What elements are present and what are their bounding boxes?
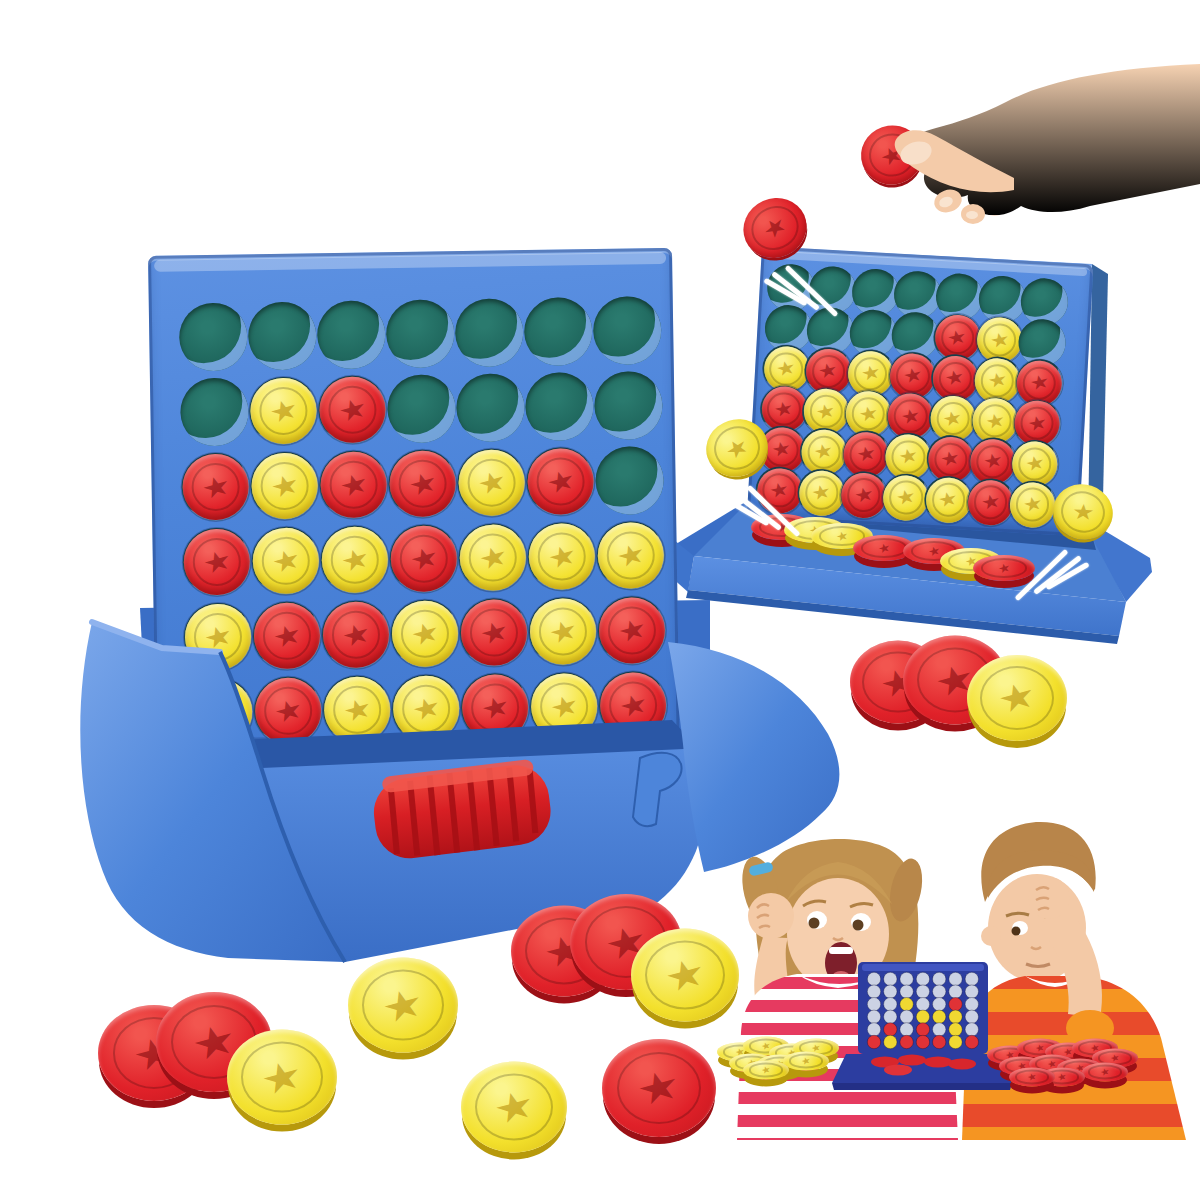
kids-empty-hole	[965, 972, 978, 985]
kids-empty-hole	[884, 972, 897, 985]
girl-collar	[797, 974, 885, 988]
roller-ribs	[388, 763, 539, 860]
star-emboss-icon: ★	[335, 393, 370, 427]
kids-yellow-disc	[916, 1010, 929, 1023]
empty-hole	[524, 297, 593, 366]
kids-empty-hole	[965, 1010, 978, 1023]
star-emboss-icon: ★	[768, 479, 791, 501]
yellow-loose-disc: ★	[631, 929, 739, 1022]
tray-latch	[633, 753, 682, 826]
star-emboss-icon: ★	[1071, 501, 1095, 523]
cell-r2c4	[387, 374, 456, 443]
cell-r1c5	[455, 298, 524, 367]
cell-r4c4: ★	[389, 524, 458, 593]
star-emboss-icon: ★	[1023, 453, 1046, 475]
star-emboss-icon: ★	[984, 410, 1007, 432]
star-emboss-icon: ★	[1026, 1071, 1038, 1083]
star-emboss-icon: ★	[834, 529, 849, 544]
star-emboss-icon: ★	[616, 688, 651, 722]
finger-nail	[938, 195, 955, 209]
cell-r1c7	[593, 296, 662, 365]
girl-tongue	[832, 971, 850, 983]
girl-reaching-arm	[904, 1009, 945, 1064]
star-emboss-icon: ★	[944, 367, 967, 389]
yellow-loose-disc: ★	[461, 1062, 567, 1153]
kids-red-disc	[867, 1035, 880, 1048]
cell-r1c6	[524, 297, 593, 366]
girl-arm	[754, 937, 792, 1006]
boy-player	[962, 822, 1186, 1140]
star-emboss-icon: ★	[474, 466, 509, 500]
empty-hole	[594, 371, 663, 440]
red-roller	[370, 757, 555, 862]
girl-pigtail-right	[885, 856, 928, 925]
star-emboss-icon: ★	[988, 329, 1011, 351]
star-emboss-icon: ★	[266, 394, 301, 428]
empty-hole	[387, 374, 456, 443]
kids-empty-hole	[933, 985, 946, 998]
kids-board-holes	[867, 972, 978, 1048]
star-emboss-icon: ★	[859, 362, 882, 384]
empty-hole	[179, 302, 248, 371]
star-emboss-icon: ★	[1056, 1071, 1068, 1083]
cell-r1c2	[248, 301, 317, 370]
boy-nose	[1031, 947, 1041, 949]
star-emboss-icon: ★	[198, 470, 233, 504]
kids-empty-hole	[949, 985, 962, 998]
star-emboss-icon: ★	[199, 545, 234, 579]
cell-r5c1: ★	[183, 602, 252, 671]
kids-yellow-disc	[949, 1023, 962, 1036]
main-connect4-board: ★★★★★★★★★★★★★★★★★★★★★★★★★★★★★	[148, 248, 680, 758]
cell-r4c3: ★	[320, 525, 389, 594]
red-loose-disc: ★	[857, 121, 927, 188]
star-emboss-icon: ★	[633, 1063, 685, 1114]
cell-r6c5: ★	[461, 673, 530, 742]
cell-r6c2: ★	[254, 676, 323, 745]
girl-brow-left	[803, 901, 826, 906]
star-emboss-icon: ★	[760, 1064, 772, 1076]
star-emboss-icon: ★	[547, 690, 582, 724]
cell-r3c4: ★	[388, 449, 457, 518]
kids-empty-hole	[916, 998, 929, 1011]
star-emboss-icon: ★	[407, 617, 442, 651]
yellow-loose-disc: ★	[348, 958, 458, 1053]
cell-r4c2: ★	[251, 526, 320, 595]
star-emboss-icon: ★	[337, 543, 372, 577]
kids-empty-hole	[900, 985, 913, 998]
star-emboss-icon: ★	[996, 561, 1011, 576]
kids-empty-hole	[884, 998, 897, 1011]
star-emboss-icon: ★	[614, 613, 649, 647]
kids-empty-hole	[884, 985, 897, 998]
kids-empty-hole	[965, 998, 978, 1011]
star-emboss-icon: ★	[268, 544, 303, 578]
kids-empty-hole	[900, 972, 913, 985]
cell-r4c6: ★	[527, 522, 596, 591]
star-emboss-icon: ★	[855, 443, 878, 465]
star-emboss-icon: ★	[994, 676, 1040, 720]
star-emboss-icon: ★	[543, 465, 578, 499]
boy-brow-left	[1006, 913, 1029, 916]
fingertip	[961, 204, 985, 224]
star-emboss-icon: ★	[986, 369, 1009, 391]
girl-eye-left	[807, 911, 827, 929]
star-emboss-icon: ★	[941, 408, 964, 430]
girl-fist	[748, 893, 794, 939]
kids-yellow-disc	[949, 1010, 962, 1023]
cell-r2c5	[456, 373, 525, 442]
star-emboss-icon: ★	[478, 691, 513, 725]
boy-eye-left	[1012, 921, 1028, 935]
cell-r6c1: ★	[185, 677, 254, 746]
star-emboss-icon: ★	[269, 619, 304, 653]
star-emboss-icon: ★	[661, 951, 710, 998]
star-emboss-icon: ★	[1028, 372, 1051, 394]
cell-r4c7: ★	[596, 521, 665, 590]
secondary-tray-front-edge	[686, 590, 1119, 644]
cell-r1c1	[179, 302, 248, 371]
girl-open-mouth	[825, 942, 857, 984]
kids-yellow-disc	[900, 998, 913, 1011]
kids-empty-hole	[867, 985, 880, 998]
boy-fist-fingers	[1036, 887, 1049, 910]
empty-hole	[595, 446, 664, 515]
kids-red-disc	[884, 1023, 897, 1036]
connect-four-product-scene: ★★★★★★★★★★★★★★★★★★★★★★★★★★★★★★ ★★★★★★★ ★…	[0, 0, 1200, 1200]
girl-iris-right	[853, 920, 864, 931]
girl-brow-right	[850, 903, 873, 907]
cell-r6c4: ★	[392, 674, 461, 743]
star-emboss-icon: ★	[812, 441, 835, 463]
cell-r6c3: ★	[323, 675, 392, 744]
star-emboss-icon: ★	[800, 1055, 812, 1067]
boy-brow-right	[1044, 914, 1066, 917]
cell-r1c4	[386, 299, 455, 368]
empty-hole	[456, 373, 525, 442]
cell-r6c7: ★	[599, 671, 668, 740]
kids-empty-hole	[884, 1010, 897, 1023]
star-emboss-icon: ★	[772, 398, 795, 420]
kids-empty-hole	[900, 1023, 913, 1036]
kids-empty-hole	[916, 972, 929, 985]
kids-mini-board	[832, 962, 1012, 1090]
star-emboss-icon: ★	[406, 542, 441, 576]
red-loose-disc: ★	[602, 1039, 716, 1137]
kids-tray-discs	[871, 1055, 976, 1076]
yellow-loose-disc: ★	[743, 1061, 789, 1080]
star-emboss-icon: ★	[810, 482, 833, 504]
cell-r3c3: ★	[319, 450, 388, 519]
cell-r3c6: ★	[526, 447, 595, 516]
yellow-loose-disc: ★	[967, 655, 1067, 741]
yellow-loose-disc: ★	[783, 1052, 829, 1071]
star-emboss-icon: ★	[200, 620, 235, 654]
star-emboss-icon: ★	[981, 450, 1004, 472]
star-emboss-icon: ★	[1026, 412, 1049, 434]
kids-empty-hole	[933, 998, 946, 1011]
girl-nose	[833, 938, 843, 940]
star-emboss-icon: ★	[405, 467, 440, 501]
empty-hole	[386, 299, 455, 368]
star-emboss-icon: ★	[475, 541, 510, 575]
empty-hole	[248, 301, 317, 370]
kids-empty-hole	[916, 985, 929, 998]
empty-hole	[455, 298, 524, 367]
kids-empty-hole	[867, 998, 880, 1011]
kids-tray-edge	[832, 1083, 1012, 1090]
kids-empty-hole	[933, 972, 946, 985]
star-emboss-icon: ★	[895, 486, 918, 508]
star-emboss-icon: ★	[770, 439, 793, 461]
cell-r2c7	[594, 371, 663, 440]
kids-red-disc	[900, 1035, 913, 1048]
girl-bangs	[786, 862, 892, 904]
cell-r1c3	[317, 300, 386, 369]
kids-yellow-disc	[884, 1035, 897, 1048]
boy-fringe	[988, 850, 1094, 898]
cell-r2c6	[525, 372, 594, 441]
star-emboss-icon: ★	[815, 400, 838, 422]
cell-r5c7: ★	[597, 596, 666, 665]
star-emboss-icon: ★	[267, 469, 302, 503]
star-emboss-icon: ★	[1021, 493, 1044, 515]
empty-hole	[593, 296, 662, 365]
kids-yellow-disc	[949, 1035, 962, 1048]
cell-r3c7	[595, 446, 664, 515]
star-emboss-icon: ★	[613, 538, 648, 572]
cell-r2c1	[180, 377, 249, 446]
boy-raised-arm	[1038, 904, 1102, 1018]
fingertip	[931, 186, 965, 216]
hand-palm-forearm	[904, 64, 1200, 215]
cell-r6c6: ★	[530, 672, 599, 741]
star-emboss-icon: ★	[899, 405, 922, 427]
star-emboss-icon: ★	[202, 695, 237, 729]
cell-r2c3: ★	[318, 375, 387, 444]
star-emboss-icon: ★	[877, 140, 907, 169]
kids-empty-hole	[900, 1010, 913, 1023]
girl-iris-left	[809, 918, 820, 929]
cell-r2c2: ★	[249, 376, 318, 445]
star-emboss-icon: ★	[378, 981, 428, 1029]
star-emboss-icon: ★	[257, 1053, 307, 1101]
girl-pigtail-left	[736, 853, 786, 931]
main-base-right-fin	[668, 642, 839, 872]
boy-hair	[981, 822, 1095, 902]
cell-r3c5: ★	[457, 448, 526, 517]
cell-r5c5: ★	[459, 598, 528, 667]
star-emboss-icon: ★	[271, 694, 306, 728]
red-loose-disc: ★	[1082, 1063, 1128, 1082]
empty-hole	[180, 377, 249, 446]
star-emboss-icon: ★	[852, 484, 875, 506]
cell-r6c7: ★	[1008, 480, 1058, 530]
kids-empty-hole	[965, 985, 978, 998]
cell-r3c2: ★	[250, 451, 319, 520]
red-loose-disc: ★	[973, 555, 1035, 581]
boy-fist-on-forehead	[1028, 877, 1070, 919]
yellow-loose-disc: ★	[227, 1030, 337, 1125]
star-emboss-icon: ★	[901, 365, 924, 387]
star-emboss-icon: ★	[897, 446, 920, 468]
cell-r5c3: ★	[321, 600, 390, 669]
star-emboss-icon: ★	[544, 540, 579, 574]
kids-empty-hole	[949, 972, 962, 985]
star-emboss-icon: ★	[946, 326, 969, 348]
kids-empty-hole	[867, 1010, 880, 1023]
star-emboss-icon: ★	[1099, 1066, 1111, 1078]
star-emboss-icon: ★	[336, 468, 371, 502]
kids-red-disc	[933, 1035, 946, 1048]
empty-hole	[525, 372, 594, 441]
red-loose-disc: ★	[1009, 1068, 1055, 1087]
girl-fist-fingers	[757, 904, 770, 928]
star-emboss-icon: ★	[817, 360, 840, 382]
kids-board-tray	[832, 1054, 1012, 1083]
star-emboss-icon: ★	[939, 448, 962, 470]
girl-face	[787, 878, 889, 990]
cell-r4c5: ★	[458, 523, 527, 592]
star-emboss-icon: ★	[721, 432, 753, 463]
star-emboss-icon: ★	[775, 358, 798, 380]
star-emboss-icon: ★	[490, 1083, 539, 1130]
boy-iris-left	[1012, 927, 1021, 936]
star-emboss-icon: ★	[876, 541, 891, 556]
star-emboss-icon: ★	[476, 616, 511, 650]
cell-r3c1: ★	[181, 452, 250, 521]
kids-empty-hole	[933, 1023, 946, 1036]
kids-empty-hole	[867, 972, 880, 985]
boy-iris-right	[1048, 929, 1057, 938]
girl-player	[736, 839, 958, 1140]
star-emboss-icon: ★	[758, 211, 791, 244]
star-emboss-icon: ★	[857, 403, 880, 425]
girl-hair-back	[756, 839, 919, 1011]
finger-nail	[966, 211, 978, 219]
boy-face	[988, 874, 1086, 982]
star-emboss-icon: ★	[979, 491, 1002, 513]
star-emboss-icon: ★	[409, 692, 444, 726]
kids-empty-hole	[965, 1023, 978, 1036]
kids-yellow-disc	[933, 1010, 946, 1023]
star-emboss-icon: ★	[937, 489, 960, 511]
cell-r5c2: ★	[252, 601, 321, 670]
boy-ear	[981, 926, 1001, 946]
boy-eye-right	[1048, 923, 1064, 937]
girl-teeth	[829, 947, 853, 954]
boy-collar	[1025, 976, 1085, 987]
cell-r4c1: ★	[182, 527, 251, 596]
empty-hole	[317, 300, 386, 369]
kids-board-frame	[858, 962, 988, 1054]
girl-scrunchie	[748, 861, 774, 877]
kids-red-disc	[965, 1035, 978, 1048]
girl-eye-right	[851, 913, 871, 931]
kids-red-disc	[916, 1023, 929, 1036]
kids-board-rail	[862, 964, 984, 971]
board-top-rail	[154, 252, 666, 272]
kids-empty-hole	[867, 1023, 880, 1036]
star-emboss-icon: ★	[340, 693, 375, 727]
boy-mouth	[1026, 964, 1050, 967]
main-tray-front-wall	[215, 756, 706, 808]
star-emboss-icon: ★	[338, 618, 373, 652]
star-emboss-icon: ★	[926, 544, 941, 559]
cell-r5c4: ★	[390, 599, 459, 668]
kids-red-disc	[949, 998, 962, 1011]
kids-red-disc	[916, 1035, 929, 1048]
star-emboss-icon: ★	[545, 615, 580, 649]
cell-r5c6: ★	[528, 597, 597, 666]
